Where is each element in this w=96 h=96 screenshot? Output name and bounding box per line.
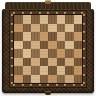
square-d7[interactable] (40, 24, 49, 33)
brass-stud (47, 12, 49, 14)
product-photo (0, 0, 96, 96)
square-d1[interactable] (40, 75, 49, 84)
brass-stud (83, 31, 85, 33)
square-g8[interactable] (65, 15, 74, 24)
square-f2[interactable] (57, 66, 66, 75)
square-h6[interactable] (74, 32, 83, 41)
square-f7[interactable] (57, 24, 66, 33)
square-g7[interactable] (65, 24, 74, 33)
brass-stud (81, 12, 83, 14)
square-e2[interactable] (48, 66, 57, 75)
brass-stud (73, 84, 75, 86)
square-d8[interactable] (40, 15, 49, 24)
brass-stud (73, 12, 75, 14)
brass-stud (83, 40, 85, 42)
brass-stud (11, 65, 13, 67)
square-h7[interactable] (74, 24, 83, 33)
brass-stud (64, 12, 66, 14)
brass-stud (64, 84, 66, 86)
square-b6[interactable] (23, 32, 32, 41)
square-d6[interactable] (40, 32, 49, 41)
square-a8[interactable] (14, 15, 23, 24)
square-h2[interactable] (74, 66, 83, 75)
square-b8[interactable] (23, 15, 32, 24)
square-d4[interactable] (40, 49, 49, 58)
brass-stud (13, 84, 15, 86)
brass-stud (30, 84, 32, 86)
square-g5[interactable] (65, 41, 74, 50)
square-e3[interactable] (48, 58, 57, 67)
brass-stud (81, 84, 83, 86)
brass-stud (11, 40, 13, 42)
square-g4[interactable] (65, 49, 74, 58)
square-a1[interactable] (14, 75, 23, 84)
square-c7[interactable] (31, 24, 40, 33)
playing-field (14, 15, 82, 83)
brass-stud (22, 12, 24, 14)
brass-stud (83, 82, 85, 84)
square-c8[interactable] (31, 15, 40, 24)
brass-stud (11, 31, 13, 33)
square-e4[interactable] (48, 49, 57, 58)
square-c1[interactable] (31, 75, 40, 84)
square-c6[interactable] (31, 32, 40, 41)
brass-stud (83, 65, 85, 67)
brass-stud (83, 14, 85, 16)
square-h3[interactable] (74, 58, 83, 67)
brass-stud (83, 74, 85, 76)
square-f5[interactable] (57, 41, 66, 50)
square-a5[interactable] (14, 41, 23, 50)
square-e6[interactable] (48, 32, 57, 41)
square-c2[interactable] (31, 66, 40, 75)
square-f1[interactable] (57, 75, 66, 84)
brass-stud (39, 12, 41, 14)
square-g6[interactable] (65, 32, 74, 41)
square-f6[interactable] (57, 32, 66, 41)
brass-stud (39, 84, 41, 86)
brass-stud (13, 12, 15, 14)
square-b4[interactable] (23, 49, 32, 58)
square-e1[interactable] (48, 75, 57, 84)
square-h5[interactable] (74, 41, 83, 50)
brass-stud (83, 57, 85, 59)
square-d3[interactable] (40, 58, 49, 67)
brass-stud (83, 48, 85, 50)
chess-board (2, 9, 94, 93)
square-f3[interactable] (57, 58, 66, 67)
square-e5[interactable] (48, 41, 57, 50)
brass-stud (22, 84, 24, 86)
square-h1[interactable] (74, 75, 83, 84)
square-a2[interactable] (14, 66, 23, 75)
square-d2[interactable] (40, 66, 49, 75)
square-c5[interactable] (31, 41, 40, 50)
clasp-bottom (45, 91, 51, 95)
square-a7[interactable] (14, 24, 23, 33)
square-a4[interactable] (14, 49, 23, 58)
square-b2[interactable] (23, 66, 32, 75)
brass-stud (30, 12, 32, 14)
square-f8[interactable] (57, 15, 66, 24)
square-h4[interactable] (74, 49, 83, 58)
square-e7[interactable] (48, 24, 57, 33)
square-g2[interactable] (65, 66, 74, 75)
brass-stud (11, 48, 13, 50)
brass-stud (11, 14, 13, 16)
square-a3[interactable] (14, 58, 23, 67)
square-f4[interactable] (57, 49, 66, 58)
square-b3[interactable] (23, 58, 32, 67)
brass-stud (11, 57, 13, 59)
square-h8[interactable] (74, 15, 83, 24)
brass-stud (56, 84, 58, 86)
brass-stud (11, 82, 13, 84)
brass-stud (47, 84, 49, 86)
square-g1[interactable] (65, 75, 74, 84)
brass-stud (83, 23, 85, 25)
square-b5[interactable] (23, 41, 32, 50)
square-b7[interactable] (23, 24, 32, 33)
square-a6[interactable] (14, 32, 23, 41)
brass-stud (11, 74, 13, 76)
square-c4[interactable] (31, 49, 40, 58)
square-g3[interactable] (65, 58, 74, 67)
brass-stud (56, 12, 58, 14)
square-b1[interactable] (23, 75, 32, 84)
square-c3[interactable] (31, 58, 40, 67)
brass-hinge-clasp-top (45, 0, 51, 5)
square-d5[interactable] (40, 41, 49, 50)
square-e8[interactable] (48, 15, 57, 24)
brass-stud (11, 23, 13, 25)
